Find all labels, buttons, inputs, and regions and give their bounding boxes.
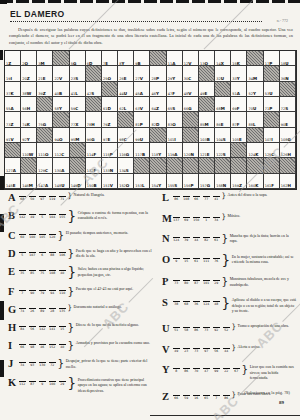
definition-C: C60100105120}El pasado; tiempos anterior… (8, 230, 154, 242)
grid-cell: 69F (231, 97, 247, 112)
dash-number: 26 (28, 308, 37, 314)
grid-cell: 105E (231, 128, 247, 143)
dash-number: 60 (18, 234, 27, 240)
grid-cell-shaded (247, 51, 263, 66)
grid-cell: 96G (86, 128, 102, 143)
grid-cell: 85M (199, 112, 215, 127)
grid-cell-shaded (134, 158, 150, 173)
dash-number: 141 (48, 326, 57, 332)
dash-number: 5 (18, 252, 27, 258)
dash-number: 98 (28, 344, 37, 350)
definition-text: Monstruos fabulosos, mezcla de ave y cua… (230, 277, 296, 288)
definition-text: Críspase o contrae de forma repentina, c… (78, 211, 154, 222)
grid-cell: 46Y (150, 82, 166, 97)
dash-number: 9 (38, 381, 47, 387)
dash-number: 86 (172, 196, 181, 202)
brace-glyph: } (58, 358, 65, 368)
definition-text: Tomo o apropiación de una obra. (238, 324, 296, 329)
grid-cell: 12V (183, 51, 199, 66)
grid-cell: 42S (86, 82, 102, 97)
grid-cell: 156P (183, 174, 199, 189)
dash-number: 41 (212, 196, 221, 202)
grid-cell: 18U (280, 51, 296, 66)
grid-cell: 38W (21, 82, 37, 97)
grid-cell: 119A (167, 143, 183, 158)
grid-cell: 97E (102, 128, 118, 143)
grid-cell-shaded (231, 143, 247, 158)
grid-cell: 53U (264, 82, 280, 97)
dash-number: 87 (192, 280, 201, 286)
grid-cell-shaded (86, 66, 102, 81)
dash-number: 90 (28, 290, 37, 296)
definition-text: Antes del disco o la sopa. (228, 193, 296, 198)
scan-artifact (0, 0, 7, 4)
grid-cell: 25O (102, 66, 118, 81)
dash-number: 80 (182, 280, 191, 286)
grid-cell: 13O (199, 51, 215, 66)
dash-number: 5 (38, 214, 47, 220)
grid-cell-shaded (5, 143, 21, 158)
grid-cell: 99U (134, 128, 150, 143)
definition-text: Armados y provistos por la escuadra como… (76, 341, 154, 346)
grid-cell: 90E (280, 112, 296, 127)
grid-cell: 157G (199, 174, 215, 189)
definition-letter: B (8, 211, 18, 222)
dash-number: 46 (38, 344, 47, 350)
brace-glyph: } (68, 192, 73, 199)
grid-cell: 114F (86, 143, 102, 158)
grid-cell-shaded (264, 158, 280, 173)
grid-cell-shaded (102, 82, 118, 97)
dash-number: 152 (48, 344, 57, 350)
dash-number: 120 (48, 234, 57, 240)
dash-number: 93 (28, 362, 37, 368)
grid-cell: 44U (118, 82, 134, 97)
dash-number: 44 (192, 237, 201, 243)
definition-B: B142495104155}Críspase o contrae de form… (8, 210, 154, 224)
dash-number: 70 (192, 368, 201, 374)
dash-number: 36 (192, 301, 201, 307)
grid-cell-shaded (247, 128, 263, 143)
definition-letter: G (8, 305, 18, 316)
grid-cell: 70U (247, 97, 263, 112)
dash-number: 1 (202, 217, 211, 223)
dash-number: 49 (28, 214, 37, 220)
grid-cell: 118Y (150, 143, 166, 158)
dash-number: 97 (202, 348, 211, 354)
brace-glyph: } (68, 304, 73, 311)
definition-letter: S (162, 298, 172, 309)
definition-letter: Y (162, 365, 172, 376)
scan-artifact (0, 301, 4, 320)
brace-glyph: } (222, 192, 227, 199)
definition-V: V492373975644}Alerta o aviso. (162, 344, 296, 356)
grid-cell-shaded (280, 82, 296, 97)
grid-cell: 6D (86, 51, 102, 66)
grid-cell: 125C (264, 143, 280, 158)
dash-number: 112 (18, 381, 27, 387)
dash-number: 68 (182, 301, 191, 307)
grid-cell: 71P (264, 97, 280, 112)
definition-text: Alerta o aviso. (238, 345, 296, 350)
dash-number: 34 (18, 362, 27, 368)
grid-cell-shaded (183, 158, 199, 173)
dash-number: 58 (182, 327, 191, 333)
definition-H: H845614214115}Dícese de lo que no da ben… (8, 322, 154, 334)
dash-number: 44 (222, 348, 231, 354)
grid-cell-shaded (183, 128, 199, 143)
grid-cell: 151V (102, 174, 118, 189)
dash-number: 47 (202, 368, 211, 374)
grid-cell: 72S (280, 97, 296, 112)
dash-number: 34 (212, 217, 221, 223)
solutions-note: (Soluciones en la pág. 78) (244, 390, 290, 395)
grid-cell-shaded (150, 158, 166, 173)
definition-letter: F (8, 287, 18, 298)
dash-number: 66 (18, 344, 27, 350)
dash-number: 23 (182, 348, 191, 354)
grid-cell-shaded (70, 143, 86, 158)
brace-glyph: } (68, 210, 77, 224)
grid-cell: 127A (5, 158, 21, 173)
grid-cell: 115P (102, 143, 118, 158)
grid-cell-shaded (21, 158, 37, 173)
dash-number: 94 (48, 290, 57, 296)
definition-text: Músico. (228, 214, 296, 219)
dash-number: 7 (18, 290, 27, 296)
grid-cell: 145E (5, 174, 21, 189)
grid-cell: 121E (199, 143, 215, 158)
grid-cell: 146M (21, 174, 37, 189)
grid-cell: 45A (134, 82, 150, 97)
definition-K: K11287910029}Procedimiento curativo que … (8, 377, 154, 394)
dash-number: 100 (48, 381, 57, 387)
grid-cell: 11A (167, 51, 183, 66)
dash-number: 92 (212, 327, 221, 333)
grid-cell: 2O (21, 51, 37, 66)
dash-number: 35 (18, 270, 27, 276)
definition-text: Puede que se haga en año y lo aprovechen… (76, 249, 154, 260)
grid-cell: 88L (247, 112, 263, 127)
dash-number: 86 (182, 368, 191, 374)
dash-number: 38 (172, 301, 181, 307)
grid-cell: 95M (70, 128, 86, 143)
dash-number: 74 (18, 308, 27, 314)
grid-cell-shaded (150, 51, 166, 66)
grid-cell: 14X (215, 51, 231, 66)
grid-cell-shaded (199, 66, 215, 81)
dash-number: 84 (18, 326, 27, 332)
brace-glyph: } (68, 340, 75, 350)
scan-artifact-top-strip (0, 0, 300, 3)
dash-number: 99 (212, 368, 221, 374)
grid-cell: 111O (37, 143, 53, 158)
grid-cell: 162H (280, 174, 296, 189)
dash-number: 135 (58, 308, 67, 314)
dash-number: 137 (172, 217, 181, 223)
dash-number: 119 (48, 196, 57, 202)
brace-glyph: } (68, 248, 75, 258)
definition-letter: O (162, 255, 172, 266)
grid-cell: 103B (199, 128, 215, 143)
definition-text: Natural de Hungría. (74, 193, 154, 198)
grid-cell: 98C (118, 128, 134, 143)
grid-cell-shaded (280, 158, 296, 173)
definition-F: F7907994110}Puesto que el 42-43 no está … (8, 286, 154, 298)
definition-text: Procedimiento curativo que tiene princip… (78, 378, 154, 394)
dash-number: 71 (58, 196, 67, 202)
dash-number: 97 (38, 196, 47, 202)
grid-cell: 56H (21, 97, 37, 112)
grid-cell: 83O (167, 112, 183, 127)
brace-glyph: } (222, 254, 231, 268)
grid-cell: 63V (134, 97, 150, 112)
grid-cell: 150B (86, 174, 102, 189)
dash-number: 77 (202, 196, 211, 202)
dash-number: 61 (212, 237, 221, 243)
grid-cell: 134S (118, 158, 134, 173)
dash-number: 108 (182, 196, 191, 202)
grid-cell: 132F (86, 158, 102, 173)
dash-number: 68 (18, 196, 27, 202)
definition-text: Licor que con la comida nos sirven; una … (250, 365, 296, 381)
grid-cell: 21E (37, 66, 53, 81)
brace-glyph: } (222, 233, 229, 243)
grid-cell: 154Y (150, 174, 166, 189)
dash-number: 88 (48, 252, 57, 258)
dash-number: 6 (38, 252, 47, 258)
grid-cell: 28P (150, 66, 166, 81)
dash-number: 72 (48, 362, 57, 368)
grid-cell: 58Y (53, 97, 69, 112)
page-bottom-rule (150, 415, 300, 416)
grid-cell: 40B (53, 82, 69, 97)
definition-letter: H (8, 323, 18, 334)
dash-number: 29 (212, 280, 221, 286)
dash-number: 108 (48, 270, 57, 276)
grid-cell: 159Z (231, 174, 247, 189)
grid-cell: 158N (215, 174, 231, 189)
grid-cell-shaded (247, 158, 263, 173)
dash-number: 22 (222, 368, 231, 374)
grid-cell-shaded (86, 97, 102, 112)
definition-P: P73808710129}Monstruos fabulosos, mezcla… (162, 276, 296, 288)
grid-cell: 133N (102, 158, 118, 173)
grid-cell-shaded (264, 112, 280, 127)
definition-E: E35857510840}Sales; baños en una piscina… (8, 266, 154, 280)
definition-O: O9156111176}En la mujer, sustancia entra… (162, 254, 296, 268)
definition-letter: U (162, 324, 172, 335)
grid-cell: 9B (134, 51, 150, 66)
grid-cell-shaded (150, 128, 166, 143)
grid-cell: 41L (70, 82, 86, 97)
grid-cell: 147A (37, 174, 53, 189)
definitions-column-left: A68509711971}Natural de Hungría.B1424951… (8, 192, 154, 400)
definition-U: U515886739252}Tomo o apropiación de una … (162, 323, 296, 335)
grid-cell: 161F (264, 174, 280, 189)
dash-number: 29 (58, 381, 67, 387)
grid-cell: 62L (118, 97, 134, 112)
dash-number: 15 (58, 326, 67, 332)
dash-number: 89 (38, 308, 47, 314)
grid-cell: 3M (37, 51, 53, 66)
definition-text: El pasado; tiempos anteriores, memoria. (66, 231, 154, 236)
grid-cell: 160K (247, 174, 263, 189)
grid-cell: 5G (70, 51, 86, 66)
grid-cell: 81P (134, 112, 150, 127)
dash-number: 142 (38, 326, 47, 332)
grid-cell: 39Z (37, 82, 53, 97)
grid-cell: 107I (264, 128, 280, 143)
grid-cell: 33Y (231, 66, 247, 81)
grid-cell: 116G (118, 143, 134, 158)
grid-cell-shaded (167, 158, 183, 173)
dash-number: 104 (48, 214, 57, 220)
dash-number: 142 (18, 214, 27, 220)
brace-glyph: } (222, 276, 229, 286)
brace-glyph: } (58, 230, 65, 240)
dash-number: 85 (28, 270, 37, 276)
grid-cell-shaded (53, 112, 69, 127)
brace-glyph: } (68, 377, 77, 391)
dash-number: 110 (58, 290, 67, 296)
grid-cell: 75G (37, 112, 53, 127)
grid-cell: 47F (167, 82, 183, 97)
grid-cell: 120N (183, 143, 199, 158)
grid-cell: 55A (5, 97, 21, 112)
dash-number: 8 (172, 368, 181, 374)
dash-number: 66 (192, 196, 201, 202)
dash-number: 66 (172, 395, 181, 401)
dash-number: 101 (202, 280, 211, 286)
grid-cell: 112C (53, 143, 69, 158)
grid-cell: 30C (183, 66, 199, 81)
dash-number: 49 (172, 348, 181, 354)
definition-M: M13769150134}Músico. (162, 213, 296, 225)
dash-number: 155 (58, 214, 67, 220)
grid-cell: 65S (167, 97, 183, 112)
grid-cell: 36N (280, 66, 296, 81)
definition-letter: N (162, 234, 172, 245)
definition-J: J349313072}Despojar, privar de lo que se… (8, 358, 154, 370)
brace-glyph: } (68, 286, 75, 296)
dash-number: 9 (172, 258, 181, 264)
definitions-column-right: L86108667741}Antes del disco o la sopa.M… (162, 192, 296, 411)
grid-cell: 34M (247, 66, 263, 81)
dash-number: 28 (48, 308, 57, 314)
scan-artifact (0, 50, 3, 60)
grid-cell-shaded (37, 128, 53, 143)
grid-cell: 108G (280, 128, 296, 143)
grid-cell-shaded (264, 66, 280, 81)
dash-number: 69 (182, 217, 191, 223)
dash-number: 56 (28, 326, 37, 332)
grid-cell: 73Z (5, 112, 21, 127)
dash-number: 107 (28, 252, 37, 258)
definition-text: Aplícase al diablo o a su cuerpo, que es… (232, 298, 296, 314)
dash-number: 86 (222, 395, 231, 401)
dash-number: 100 (28, 234, 37, 240)
definition-letter: C (8, 231, 18, 242)
grid-cell: 27V (134, 66, 150, 81)
grid-cell-shaded (231, 158, 247, 173)
grid-cell: 74K (21, 112, 37, 127)
grid-cell-shaded (215, 158, 231, 173)
grid-cell: 22V (53, 66, 69, 81)
grid-cell: 92Y (21, 128, 37, 143)
grid-cell: 8Y (118, 51, 134, 66)
definition-text: Puesto que el 42-43 no está por aquí. (76, 287, 154, 292)
grid-cell: 48V (183, 82, 199, 97)
brace-glyph: } (68, 266, 77, 280)
dash-number: 39 (182, 237, 191, 243)
definition-A: A68509711971}Natural de Hungría. (8, 192, 154, 204)
grid-cell: 51A (231, 82, 247, 97)
definition-I: I66984615240}Armados y provistos por la … (8, 340, 154, 352)
dash-number: 48 (212, 301, 221, 307)
grid-cell: 155S (167, 174, 183, 189)
dash-number: 15 (182, 258, 191, 264)
definition-text: Sales; baños en una piscina o algo líqui… (78, 267, 154, 278)
grid-cell: 77X (70, 112, 86, 127)
grid-cell-shaded (215, 82, 231, 97)
damero-grid: 1Z2O3M5G6D7E8Y9B11A12V13O14X15K17P18U19I… (4, 50, 297, 190)
grid-cell: 117B (134, 143, 150, 158)
page-number: 89 (279, 400, 284, 405)
grid-cell-shaded (37, 97, 53, 112)
dash-number: 124 (202, 301, 211, 307)
grid-cell-shaded (199, 158, 215, 173)
definition-Y: Y8867047992267}Licor que con la comida n… (162, 364, 296, 381)
dash-number: 16 (192, 395, 201, 401)
dash-number: 79 (38, 290, 47, 296)
dash-number: 73 (172, 280, 181, 286)
grid-cell: 101I (167, 128, 183, 143)
dash-number: 76 (212, 258, 221, 264)
brace-glyph: } (232, 323, 237, 330)
grid-cell: 52Y (247, 82, 263, 97)
brace-glyph: } (68, 322, 75, 332)
grid-cell: 37K (5, 82, 21, 97)
dash-number: 86 (192, 327, 201, 333)
issue-number: n.º 772 (277, 18, 288, 23)
definition-letter: A (8, 193, 18, 204)
grid-cell: 23S (70, 66, 86, 81)
grid-cell: 129C (37, 158, 53, 173)
grid-cell: 78H (86, 112, 102, 127)
brace-glyph: } (222, 297, 231, 311)
grid-cell: 86E (215, 112, 231, 127)
dash-number: 150 (192, 217, 201, 223)
definition-letter: E (8, 267, 18, 278)
definition-letter: L (162, 193, 172, 204)
puzzle-instructions: Después de averiguar las palabras cuyas … (9, 27, 293, 46)
grid-cell: 59C (70, 97, 86, 112)
definition-S: S38683612448}Aplícase al diablo o a su c… (162, 297, 296, 314)
grid-cell-shaded (118, 112, 134, 127)
grid-cell: 79Z (102, 112, 118, 127)
grid-cell: 87F (231, 112, 247, 127)
grid-cell: 17P (264, 51, 280, 66)
definition-text: Despojar, privar de lo que se tiene; par… (66, 359, 154, 370)
dash-number: 106 (58, 252, 67, 258)
grid-cell: 104S (215, 128, 231, 143)
definition-N: N12439448261}Mancha que deja la tinta; b… (162, 233, 296, 245)
grid-cell: 64Z (150, 97, 166, 112)
grid-cell-shaded (199, 97, 215, 112)
grid-cell: 26E (118, 66, 134, 81)
grid-cell: 1Z (5, 51, 21, 66)
